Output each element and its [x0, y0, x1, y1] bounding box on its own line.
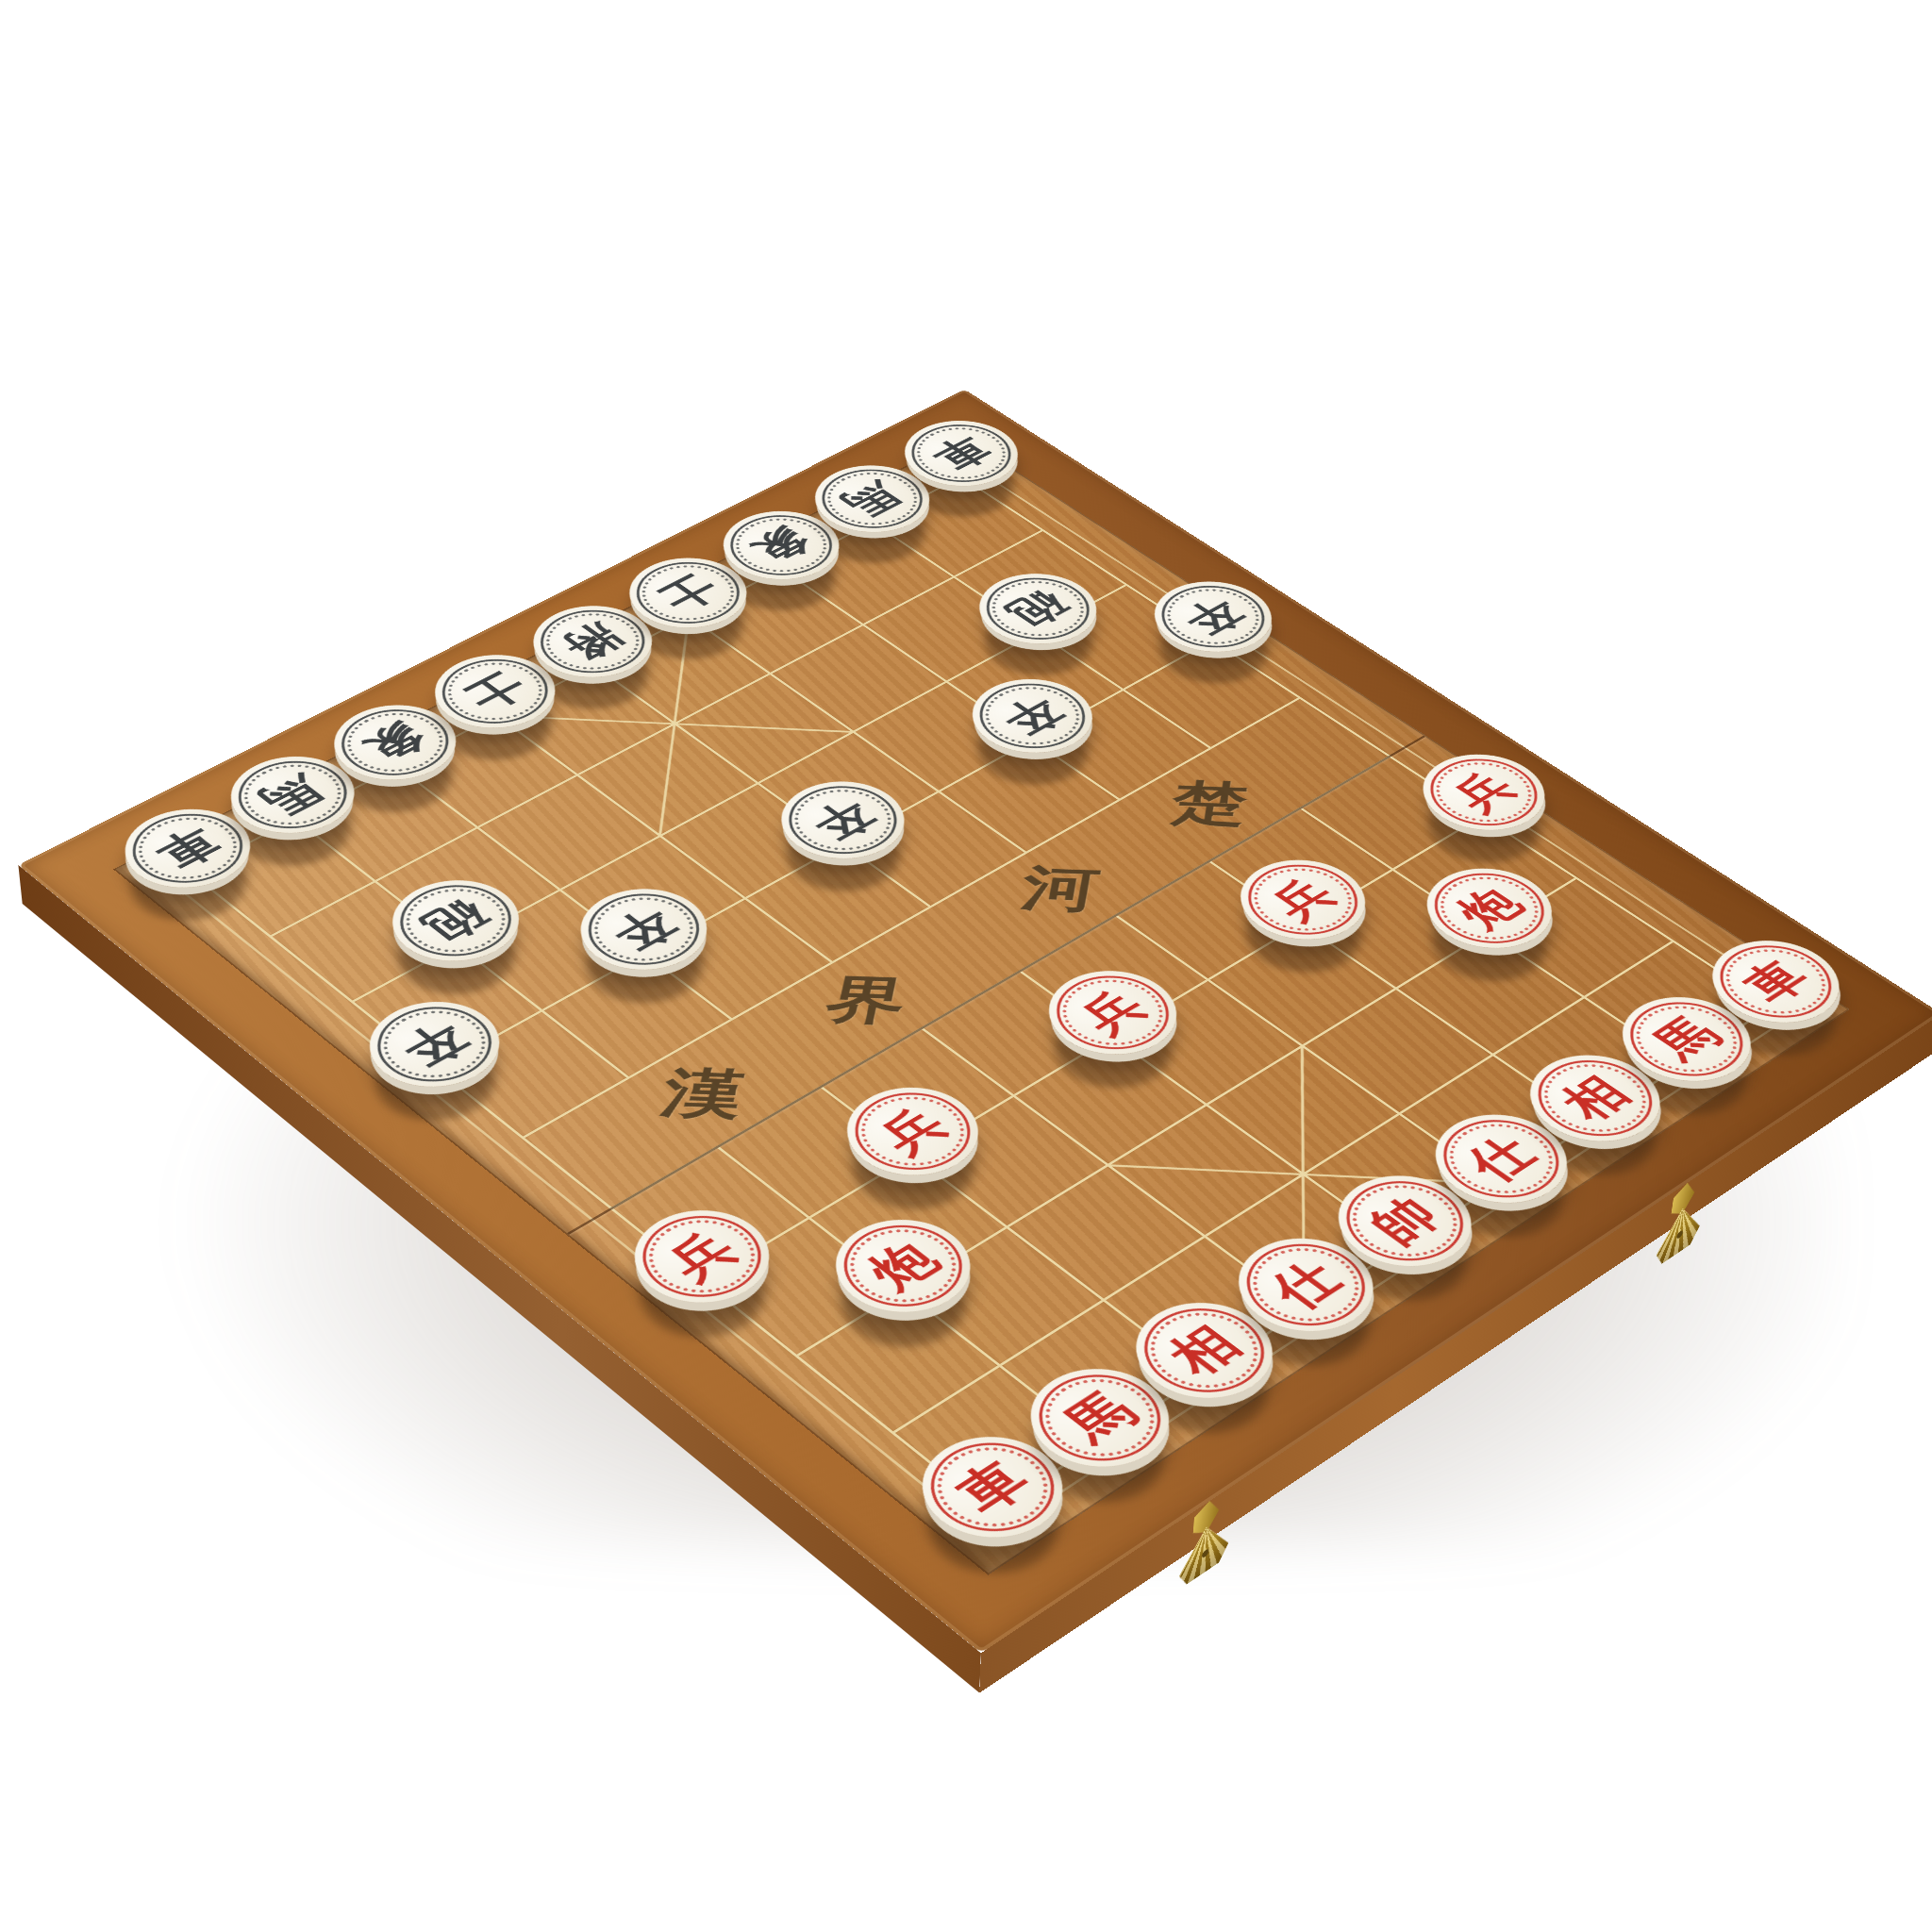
- product-photo: 漢界河楚 車馬象士將士象馬車砲砲卒卒卒卒卒兵兵兵兵兵炮炮車馬相仕帥仕相馬車: [0, 0, 1932, 1932]
- clasp-arm: [1670, 1176, 1696, 1222]
- piece-character: 砲: [367, 864, 544, 977]
- piece-character: 兵: [821, 1070, 1006, 1193]
- river-engraving: 楚: [1154, 771, 1264, 837]
- piece-disc: 砲: [367, 864, 544, 977]
- piece-black-cannon-b2[interactable]: 砲: [369, 889, 545, 1003]
- piece-red-soldier-a6[interactable]: 兵: [608, 1217, 796, 1347]
- piece-disc: 兵: [1215, 844, 1391, 957]
- brass-clasp-icon: [1170, 1478, 1241, 1598]
- river-engraving: 河: [1003, 856, 1117, 924]
- piece-character: 砲: [956, 559, 1121, 658]
- piece-black-chariot-a0[interactable]: 車: [103, 818, 277, 928]
- piece-disc: 炮: [808, 1201, 998, 1331]
- piece-character: 卒: [757, 766, 930, 874]
- clasp-fan-plate: [1176, 1509, 1234, 1592]
- piece-black-soldier-a3[interactable]: 卒: [345, 1009, 526, 1129]
- piece-disc: 炮: [1402, 853, 1577, 965]
- piece-character: 兵: [1215, 844, 1391, 957]
- piece-character: 兵: [1398, 740, 1570, 846]
- piece-character: 兵: [608, 1191, 797, 1322]
- piece-character: 卒: [1130, 568, 1295, 667]
- clasp-arm: [1192, 1494, 1220, 1542]
- piece-disc: 兵: [821, 1070, 1006, 1193]
- piece-disc: 卒: [948, 664, 1117, 768]
- piece-disc: 卒: [1130, 568, 1295, 667]
- piece-character: 炮: [1402, 853, 1577, 965]
- piece-red-soldier-c6[interactable]: 兵: [820, 1095, 1004, 1219]
- piece-character: 卒: [948, 664, 1117, 768]
- piece-character: 卒: [343, 985, 525, 1105]
- piece-character: 炮: [808, 1201, 998, 1331]
- piece-disc: 兵: [608, 1191, 797, 1322]
- piece-disc: 兵: [1398, 740, 1570, 846]
- piece-disc: 砲: [956, 559, 1121, 658]
- piece-disc: 卒: [757, 766, 930, 874]
- piece-disc: 卒: [343, 985, 525, 1105]
- piece-red-soldier-e6[interactable]: 兵: [1022, 979, 1201, 1097]
